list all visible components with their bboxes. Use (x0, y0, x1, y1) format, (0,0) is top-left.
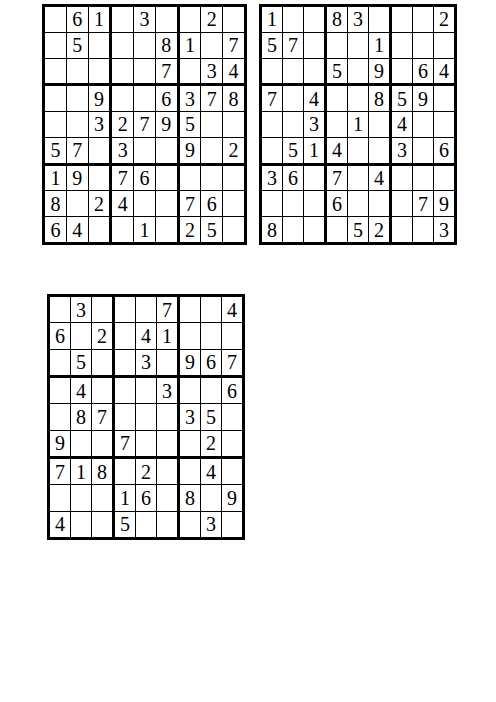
sudoku-box: 7625 (180, 166, 244, 242)
g2-cell-r7c3[interactable] (304, 166, 324, 191)
g1-cell-r1c7[interactable] (180, 7, 201, 32)
g1-cell-r4c7: 3 (180, 86, 201, 111)
g3-cell-r7c5: 2 (136, 459, 156, 484)
sudoku-box: 3625 (50, 297, 112, 375)
g1-cell-r2c9: 7 (223, 33, 244, 58)
g2-cell-r8c6[interactable] (369, 191, 389, 216)
g2-cell-r7c2: 6 (283, 166, 303, 191)
g2-cell-r2c1: 5 (262, 33, 282, 58)
g2-cell-r9c8[interactable] (413, 217, 433, 242)
g2-cell-r6c5[interactable] (348, 138, 368, 163)
g3-cell-r8c7: 8 (180, 485, 200, 510)
g1-cell-r9c7: 2 (180, 217, 201, 242)
g2-cell-r5c9[interactable] (434, 112, 454, 137)
g1-cell-r8c6[interactable] (156, 191, 177, 216)
g2-cell-r1c7[interactable] (392, 7, 412, 32)
sudoku-grid-top-right: 15783159264743518145943636874652793 (259, 4, 457, 245)
g1-cell-r3c6: 7 (156, 59, 177, 84)
g2-cell-r5c5: 1 (348, 112, 368, 137)
g3-cell-r6c1: 9 (50, 431, 70, 456)
sudoku-box: 7641 (112, 166, 176, 242)
sudoku-grid-bottom-left: 3625741349674879376352718421654893 (47, 294, 245, 540)
g3-cell-r1c6: 7 (157, 297, 177, 322)
g1-cell-r2c1[interactable] (45, 33, 66, 58)
g2-cell-r7c4: 7 (327, 166, 347, 191)
g3-cell-r3c4[interactable] (115, 350, 135, 375)
g2-cell-r4c8: 9 (413, 86, 433, 111)
g2-cell-r3c5[interactable] (348, 59, 368, 84)
g2-cell-r6c9: 6 (434, 138, 454, 163)
g2-cell-r6c6[interactable] (369, 138, 389, 163)
g1-cell-r1c4[interactable] (112, 7, 133, 32)
g2-cell-r9c9: 3 (434, 217, 454, 242)
g2-cell-r6c4: 4 (327, 138, 347, 163)
sudoku-box: 814 (327, 86, 389, 162)
g2-cell-r8c5[interactable] (348, 191, 368, 216)
g3-cell-r9c2[interactable] (71, 512, 91, 537)
g1-cell-r9c6[interactable] (156, 217, 177, 242)
g3-cell-r8c5: 6 (136, 485, 156, 510)
sudoku-box: 74652 (327, 166, 389, 242)
g1-cell-r8c8: 6 (201, 191, 222, 216)
g3-cell-r2c7[interactable] (180, 323, 200, 348)
g3-cell-r3c9: 7 (222, 350, 242, 375)
g2-cell-r8c8: 7 (413, 191, 433, 216)
g1-cell-r7c8[interactable] (201, 166, 222, 191)
g3-cell-r4c3[interactable] (92, 378, 112, 403)
g3-cell-r6c9[interactable] (222, 431, 242, 456)
g3-cell-r7c3: 8 (92, 459, 112, 484)
g1-cell-r9c2: 4 (67, 217, 88, 242)
g2-cell-r3c8: 6 (413, 59, 433, 84)
g3-cell-r4c5[interactable] (136, 378, 156, 403)
g2-cell-r7c9[interactable] (434, 166, 454, 191)
sudoku-box: 9357 (45, 86, 109, 162)
g3-cell-r7c8: 4 (201, 459, 221, 484)
g3-cell-r2c8[interactable] (201, 323, 221, 348)
g3-cell-r5c2: 8 (71, 404, 91, 429)
sudoku-box: 7413 (115, 297, 177, 375)
g2-cell-r9c5: 5 (348, 217, 368, 242)
g3-cell-r1c4[interactable] (115, 297, 135, 322)
g1-cell-r8c3: 2 (89, 191, 110, 216)
g3-cell-r8c6[interactable] (157, 485, 177, 510)
sudoku-box: 62793 (112, 86, 176, 162)
g3-cell-r9c1: 4 (50, 512, 70, 537)
g1-cell-r9c9[interactable] (223, 217, 244, 242)
g1-cell-r7c9[interactable] (223, 166, 244, 191)
g2-cell-r5c7: 4 (392, 112, 412, 137)
g1-cell-r2c3[interactable] (89, 33, 110, 58)
g3-cell-r1c5[interactable] (136, 297, 156, 322)
g3-cell-r1c8[interactable] (201, 297, 221, 322)
g3-cell-r5c1[interactable] (50, 404, 70, 429)
g1-cell-r4c4[interactable] (112, 86, 133, 111)
g2-cell-r5c4[interactable] (327, 112, 347, 137)
g1-cell-r4c2[interactable] (67, 86, 88, 111)
g2-cell-r4c1: 7 (262, 86, 282, 111)
sudoku-box: 615 (45, 7, 109, 83)
g2-cell-r9c1: 8 (262, 217, 282, 242)
g2-cell-r5c8[interactable] (413, 112, 433, 137)
g1-cell-r5c7: 5 (180, 112, 201, 137)
g3-cell-r5c7: 3 (180, 404, 200, 429)
g2-cell-r1c4: 8 (327, 7, 347, 32)
g1-cell-r9c3[interactable] (89, 217, 110, 242)
g1-cell-r1c3: 1 (89, 7, 110, 32)
g1-cell-r7c5: 6 (134, 166, 155, 191)
g3-cell-r4c8[interactable] (201, 378, 221, 403)
g1-cell-r5c5: 7 (134, 112, 155, 137)
g1-cell-r8c2[interactable] (67, 191, 88, 216)
g1-cell-r6c4: 3 (112, 138, 133, 163)
g1-cell-r4c8: 7 (201, 86, 222, 111)
g2-cell-r9c3[interactable] (304, 217, 324, 242)
g1-cell-r7c2: 9 (67, 166, 88, 191)
g2-cell-r4c7: 5 (392, 86, 412, 111)
g3-cell-r5c4[interactable] (115, 404, 135, 429)
g1-cell-r2c7: 1 (180, 33, 201, 58)
g1-cell-r9c5: 1 (134, 217, 155, 242)
sudoku-box: 7184 (50, 459, 112, 537)
sudoku-box: 21734 (180, 7, 244, 83)
g2-cell-r1c3[interactable] (304, 7, 324, 32)
g1-cell-r8c7: 7 (180, 191, 201, 216)
g2-cell-r1c5: 3 (348, 7, 368, 32)
g2-cell-r1c9: 2 (434, 7, 454, 32)
g1-cell-r8c5[interactable] (134, 191, 155, 216)
g3-cell-r9c7[interactable] (180, 512, 200, 537)
g1-cell-r3c9: 4 (223, 59, 244, 84)
g2-cell-r5c2[interactable] (283, 112, 303, 137)
g2-cell-r4c9[interactable] (434, 86, 454, 111)
g2-cell-r2c7[interactable] (392, 33, 412, 58)
sudoku-box: 378592 (180, 86, 244, 162)
g2-cell-r7c7[interactable] (392, 166, 412, 191)
sudoku-box: 157 (262, 7, 324, 83)
g3-cell-r3c8: 6 (201, 350, 221, 375)
g2-cell-r6c3: 1 (304, 138, 324, 163)
sudoku-box: 37 (115, 378, 177, 456)
g1-cell-r4c9: 8 (223, 86, 244, 111)
g3-cell-r3c7: 9 (180, 350, 200, 375)
g3-cell-r1c3[interactable] (92, 297, 112, 322)
g3-cell-r6c6[interactable] (157, 431, 177, 456)
g1-cell-r2c5[interactable] (134, 33, 155, 58)
sudoku-box: 4893 (180, 459, 242, 537)
g3-cell-r4c9: 6 (222, 378, 242, 403)
g2-cell-r3c9: 4 (434, 59, 454, 84)
g1-cell-r5c2[interactable] (67, 112, 88, 137)
g1-cell-r6c1: 5 (45, 138, 66, 163)
g3-cell-r4c7[interactable] (180, 378, 200, 403)
g3-cell-r7c6[interactable] (157, 459, 177, 484)
g3-cell-r8c2[interactable] (71, 485, 91, 510)
g2-cell-r1c8[interactable] (413, 7, 433, 32)
g3-cell-r9c4: 5 (115, 512, 135, 537)
g3-cell-r7c9[interactable] (222, 459, 242, 484)
g2-cell-r6c7: 3 (392, 138, 412, 163)
sudoku-box: 4967 (180, 297, 242, 375)
g1-cell-r5c9[interactable] (223, 112, 244, 137)
g3-cell-r2c1: 6 (50, 323, 70, 348)
g2-cell-r3c6: 9 (369, 59, 389, 84)
g2-cell-r1c2[interactable] (283, 7, 303, 32)
sudoku-box: 2165 (115, 459, 177, 537)
g1-cell-r4c3: 9 (89, 86, 110, 111)
g1-cell-r3c5[interactable] (134, 59, 155, 84)
g3-cell-r1c2: 3 (71, 297, 91, 322)
g2-cell-r1c6[interactable] (369, 7, 389, 32)
g2-cell-r1c1: 1 (262, 7, 282, 32)
g1-cell-r8c1: 8 (45, 191, 66, 216)
sudoku-box: 59436 (392, 86, 454, 162)
g1-cell-r5c6: 9 (156, 112, 177, 137)
g2-cell-r8c1[interactable] (262, 191, 282, 216)
g3-cell-r6c4: 7 (115, 431, 135, 456)
g1-cell-r1c6[interactable] (156, 7, 177, 32)
g3-cell-r6c8: 2 (201, 431, 221, 456)
g3-cell-r3c1[interactable] (50, 350, 70, 375)
g1-cell-r6c2: 7 (67, 138, 88, 163)
g1-cell-r4c6: 6 (156, 86, 177, 111)
g2-cell-r4c5[interactable] (348, 86, 368, 111)
sudoku-box: 74351 (262, 86, 324, 162)
g1-cell-r3c3[interactable] (89, 59, 110, 84)
g1-cell-r7c6[interactable] (156, 166, 177, 191)
g1-cell-r5c4: 2 (112, 112, 133, 137)
g1-cell-r6c7: 9 (180, 138, 201, 163)
g1-cell-r2c4[interactable] (112, 33, 133, 58)
g1-cell-r7c1: 1 (45, 166, 66, 191)
g1-cell-r7c3[interactable] (89, 166, 110, 191)
g3-cell-r5c9[interactable] (222, 404, 242, 429)
g2-cell-r2c4[interactable] (327, 33, 347, 58)
g2-cell-r3c3[interactable] (304, 59, 324, 84)
g1-cell-r9c1: 6 (45, 217, 66, 242)
g3-cell-r3c5: 3 (136, 350, 156, 375)
g2-cell-r7c1: 3 (262, 166, 282, 191)
g1-cell-r1c8: 2 (201, 7, 222, 32)
g3-cell-r4c2: 4 (71, 378, 91, 403)
g1-cell-r6c9: 2 (223, 138, 244, 163)
g3-cell-r9c5[interactable] (136, 512, 156, 537)
g2-cell-r6c1[interactable] (262, 138, 282, 163)
sudoku-box: 198264 (45, 166, 109, 242)
g1-cell-r3c8: 3 (201, 59, 222, 84)
g1-cell-r6c3[interactable] (89, 138, 110, 163)
g2-cell-r4c6: 8 (369, 86, 389, 111)
g3-cell-r5c6[interactable] (157, 404, 177, 429)
g3-cell-r1c7[interactable] (180, 297, 200, 322)
g3-cell-r2c3: 2 (92, 323, 112, 348)
g2-cell-r3c1[interactable] (262, 59, 282, 84)
sudoku-box: 83159 (327, 7, 389, 83)
g2-cell-r9c2[interactable] (283, 217, 303, 242)
g3-cell-r2c4[interactable] (115, 323, 135, 348)
g2-cell-r2c2: 7 (283, 33, 303, 58)
sudoku-box: 4879 (50, 378, 112, 456)
g2-cell-r5c6[interactable] (369, 112, 389, 137)
g1-cell-r1c1[interactable] (45, 7, 66, 32)
g2-cell-r6c2: 5 (283, 138, 303, 163)
g1-cell-r5c8[interactable] (201, 112, 222, 137)
g3-cell-r3c2: 5 (71, 350, 91, 375)
g1-cell-r6c6[interactable] (156, 138, 177, 163)
g2-cell-r8c2[interactable] (283, 191, 303, 216)
g3-cell-r8c4: 1 (115, 485, 135, 510)
g3-cell-r4c4[interactable] (115, 378, 135, 403)
sudoku-box: 264 (392, 7, 454, 83)
g3-cell-r8c1[interactable] (50, 485, 70, 510)
g3-cell-r3c3[interactable] (92, 350, 112, 375)
g3-cell-r9c8: 3 (201, 512, 221, 537)
sudoku-box: 387 (112, 7, 176, 83)
g1-cell-r6c8[interactable] (201, 138, 222, 163)
g1-cell-r2c6: 8 (156, 33, 177, 58)
g2-cell-r8c3[interactable] (304, 191, 324, 216)
g3-cell-r4c6: 3 (157, 378, 177, 403)
g3-cell-r3c6[interactable] (157, 350, 177, 375)
g2-cell-r9c7[interactable] (392, 217, 412, 242)
g2-cell-r8c7[interactable] (392, 191, 412, 216)
g3-cell-r6c2[interactable] (71, 431, 91, 456)
g2-cell-r7c5[interactable] (348, 166, 368, 191)
g3-cell-r4c1[interactable] (50, 378, 70, 403)
g1-cell-r6c5[interactable] (134, 138, 155, 163)
g3-cell-r8c9: 9 (222, 485, 242, 510)
g3-cell-r1c1[interactable] (50, 297, 70, 322)
g1-cell-r5c1[interactable] (45, 112, 66, 137)
g1-cell-r3c4[interactable] (112, 59, 133, 84)
g3-cell-r2c6: 1 (157, 323, 177, 348)
g3-cell-r6c5[interactable] (136, 431, 156, 456)
g1-cell-r5c3: 3 (89, 112, 110, 137)
g3-cell-r9c6[interactable] (157, 512, 177, 537)
g1-cell-r8c9[interactable] (223, 191, 244, 216)
g1-cell-r4c1[interactable] (45, 86, 66, 111)
g3-cell-r5c5[interactable] (136, 404, 156, 429)
g2-cell-r2c9[interactable] (434, 33, 454, 58)
g2-cell-r5c3: 3 (304, 112, 324, 137)
g3-cell-r8c3[interactable] (92, 485, 112, 510)
sudoku-box: 6352 (180, 378, 242, 456)
sudoku-box: 368 (262, 166, 324, 242)
g2-cell-r2c6: 1 (369, 33, 389, 58)
g3-cell-r2c2[interactable] (71, 323, 91, 348)
g3-cell-r2c9[interactable] (222, 323, 242, 348)
g2-cell-r2c5[interactable] (348, 33, 368, 58)
g1-cell-r1c5: 3 (134, 7, 155, 32)
sudoku-box: 793 (392, 166, 454, 242)
g1-cell-r9c4[interactable] (112, 217, 133, 242)
g1-cell-r3c2[interactable] (67, 59, 88, 84)
g2-cell-r9c4[interactable] (327, 217, 347, 242)
g2-cell-r2c3[interactable] (304, 33, 324, 58)
g2-cell-r8c9: 9 (434, 191, 454, 216)
g2-cell-r5c1[interactable] (262, 112, 282, 137)
g2-cell-r2c8[interactable] (413, 33, 433, 58)
g1-cell-r2c2: 5 (67, 33, 88, 58)
g2-cell-r9c6: 2 (369, 217, 389, 242)
g3-cell-r7c1: 7 (50, 459, 70, 484)
g2-cell-r3c7[interactable] (392, 59, 412, 84)
g3-cell-r1c9: 4 (222, 297, 242, 322)
g3-cell-r7c4[interactable] (115, 459, 135, 484)
g3-cell-r7c7[interactable] (180, 459, 200, 484)
g2-cell-r4c2[interactable] (283, 86, 303, 111)
g2-cell-r7c8[interactable] (413, 166, 433, 191)
g1-cell-r1c9[interactable] (223, 7, 244, 32)
g2-cell-r6c8[interactable] (413, 138, 433, 163)
g1-cell-r4c5[interactable] (134, 86, 155, 111)
g1-cell-r2c8[interactable] (201, 33, 222, 58)
g3-cell-r5c8: 5 (201, 404, 221, 429)
g2-cell-r7c6: 4 (369, 166, 389, 191)
g3-cell-r2c5: 4 (136, 323, 156, 348)
g2-cell-r4c4[interactable] (327, 86, 347, 111)
g1-cell-r3c1[interactable] (45, 59, 66, 84)
g3-cell-r8c8[interactable] (201, 485, 221, 510)
g1-cell-r3c7[interactable] (180, 59, 201, 84)
g1-cell-r9c8: 5 (201, 217, 222, 242)
g1-cell-r1c2: 6 (67, 7, 88, 32)
g3-cell-r5c3: 7 (92, 404, 112, 429)
g2-cell-r4c3: 4 (304, 86, 324, 111)
g3-cell-r9c3[interactable] (92, 512, 112, 537)
g1-cell-r7c4: 7 (112, 166, 133, 191)
g3-cell-r6c3[interactable] (92, 431, 112, 456)
g2-cell-r3c4: 5 (327, 59, 347, 84)
g1-cell-r7c7[interactable] (180, 166, 201, 191)
g1-cell-r8c4: 4 (112, 191, 133, 216)
g3-cell-r9c9[interactable] (222, 512, 242, 537)
g2-cell-r3c2[interactable] (283, 59, 303, 84)
g3-cell-r6c7[interactable] (180, 431, 200, 456)
sudoku-grid-top-left: 6153872173493576279337859219826476417625 (42, 4, 247, 245)
g2-cell-r8c4: 6 (327, 191, 347, 216)
g3-cell-r7c2: 1 (71, 459, 91, 484)
